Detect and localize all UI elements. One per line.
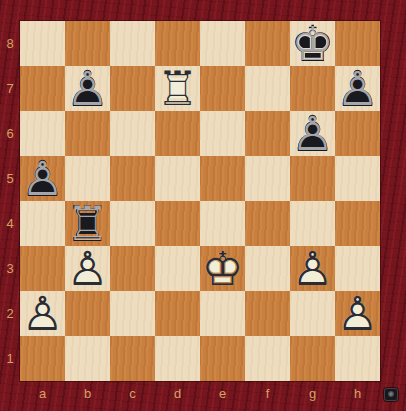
- square-c5[interactable]: [110, 156, 155, 201]
- square-e5[interactable]: [200, 156, 245, 201]
- square-c7[interactable]: [110, 66, 155, 111]
- square-h5[interactable]: [335, 156, 380, 201]
- square-h8[interactable]: [335, 21, 380, 66]
- board-frame: ♚♔♟︎♙︎♜♖♟︎♙︎♟︎♙︎♟︎♙︎♜♖♟︎♙︎♚♔♟︎♙︎♟︎♙︎♟︎♙︎…: [0, 0, 406, 411]
- file-label-a: a: [20, 381, 65, 409]
- file-label-e: e: [200, 381, 245, 409]
- square-h1[interactable]: [335, 336, 380, 381]
- square-f4[interactable]: [245, 201, 290, 246]
- rank-label-5: 5: [0, 156, 20, 201]
- piece-line-layer: ♙︎: [335, 66, 380, 111]
- square-b6[interactable]: [65, 111, 110, 156]
- square-g6[interactable]: ♟︎♙︎: [290, 111, 335, 156]
- piece-fill-layer: ♟︎: [64, 65, 112, 113]
- square-b3[interactable]: ♟︎♙︎: [65, 246, 110, 291]
- piece-fill-layer: ♟︎: [290, 246, 335, 291]
- piece-black-king[interactable]: ♚♔: [290, 21, 335, 66]
- piece-white-pawn[interactable]: ♟︎♙︎: [20, 291, 65, 336]
- square-b4[interactable]: ♜♖: [65, 201, 110, 246]
- piece-fill-layer: ♚: [289, 20, 337, 68]
- rank-label-6: 6: [0, 111, 20, 156]
- file-label-c: c: [110, 381, 155, 409]
- square-e4[interactable]: [200, 201, 245, 246]
- square-c4[interactable]: [110, 201, 155, 246]
- square-f1[interactable]: [245, 336, 290, 381]
- square-d8[interactable]: [155, 21, 200, 66]
- piece-fill-layer: ♜: [155, 66, 200, 111]
- piece-line-layer: ♙︎: [65, 246, 110, 291]
- square-c2[interactable]: [110, 291, 155, 336]
- square-e8[interactable]: [200, 21, 245, 66]
- piece-white-rook[interactable]: ♜♖: [155, 66, 200, 111]
- square-d7[interactable]: ♜♖: [155, 66, 200, 111]
- square-a5[interactable]: ♟︎♙︎: [20, 156, 65, 201]
- square-f7[interactable]: [245, 66, 290, 111]
- square-d5[interactable]: [155, 156, 200, 201]
- square-d2[interactable]: [155, 291, 200, 336]
- square-e2[interactable]: [200, 291, 245, 336]
- piece-line-layer: ♙︎: [290, 111, 335, 156]
- piece-line-layer: ♙︎: [20, 291, 65, 336]
- square-h7[interactable]: ♟︎♙︎: [335, 66, 380, 111]
- square-e3[interactable]: ♚♔: [200, 246, 245, 291]
- piece-fill-layer: ♟︎: [334, 65, 382, 113]
- rank-label-8: 8: [0, 21, 20, 66]
- square-d3[interactable]: [155, 246, 200, 291]
- square-e7[interactable]: [200, 66, 245, 111]
- square-b5[interactable]: [65, 156, 110, 201]
- square-h3[interactable]: [335, 246, 380, 291]
- piece-black-pawn[interactable]: ♟︎♙︎: [290, 111, 335, 156]
- piece-line-layer: ♔: [200, 246, 245, 291]
- piece-fill-layer: ♟︎: [19, 155, 67, 203]
- rank-label-3: 3: [0, 246, 20, 291]
- file-label-h: h: [335, 381, 380, 409]
- square-d6[interactable]: [155, 111, 200, 156]
- square-f6[interactable]: [245, 111, 290, 156]
- square-a3[interactable]: [20, 246, 65, 291]
- turn-indicator-dot: [388, 391, 394, 397]
- file-label-g: g: [290, 381, 335, 409]
- square-b1[interactable]: [65, 336, 110, 381]
- square-f8[interactable]: [245, 21, 290, 66]
- piece-line-layer: ♙︎: [20, 156, 65, 201]
- piece-fill-layer: ♚: [200, 246, 245, 291]
- square-h2[interactable]: ♟︎♙︎: [335, 291, 380, 336]
- square-c6[interactable]: [110, 111, 155, 156]
- piece-black-pawn[interactable]: ♟︎♙︎: [20, 156, 65, 201]
- file-label-b: b: [65, 381, 110, 409]
- square-g4[interactable]: [290, 201, 335, 246]
- square-g7[interactable]: [290, 66, 335, 111]
- piece-fill-layer: ♜: [64, 200, 112, 248]
- piece-fill-layer: ♟︎: [289, 110, 337, 158]
- square-a8[interactable]: [20, 21, 65, 66]
- square-h6[interactable]: [335, 111, 380, 156]
- square-c1[interactable]: [110, 336, 155, 381]
- square-a4[interactable]: [20, 201, 65, 246]
- square-h4[interactable]: [335, 201, 380, 246]
- piece-line-layer: ♖: [65, 201, 110, 246]
- square-a6[interactable]: [20, 111, 65, 156]
- square-a1[interactable]: [20, 336, 65, 381]
- turn-indicator: [384, 388, 398, 401]
- square-d4[interactable]: [155, 201, 200, 246]
- file-label-f: f: [245, 381, 290, 409]
- piece-black-pawn[interactable]: ♟︎♙︎: [335, 66, 380, 111]
- square-b8[interactable]: [65, 21, 110, 66]
- piece-white-pawn[interactable]: ♟︎♙︎: [290, 246, 335, 291]
- rank-label-2: 2: [0, 291, 20, 336]
- square-a7[interactable]: [20, 66, 65, 111]
- piece-line-layer: ♖: [155, 66, 200, 111]
- file-label-d: d: [155, 381, 200, 409]
- rank-label-4: 4: [0, 201, 20, 246]
- chess-board: ♚♔♟︎♙︎♜♖♟︎♙︎♟︎♙︎♟︎♙︎♜♖♟︎♙︎♚♔♟︎♙︎♟︎♙︎♟︎♙︎: [20, 21, 380, 381]
- square-a2[interactable]: ♟︎♙︎: [20, 291, 65, 336]
- square-f5[interactable]: [245, 156, 290, 201]
- square-b2[interactable]: [65, 291, 110, 336]
- piece-line-layer: ♙︎: [290, 246, 335, 291]
- piece-line-layer: ♙︎: [335, 291, 380, 336]
- square-f3[interactable]: [245, 246, 290, 291]
- square-b7[interactable]: ♟︎♙︎: [65, 66, 110, 111]
- rank-label-1: 1: [0, 336, 20, 381]
- rank-label-7: 7: [0, 66, 20, 111]
- piece-white-king[interactable]: ♚♔: [200, 246, 245, 291]
- piece-fill-layer: ♟︎: [335, 291, 380, 336]
- square-e6[interactable]: [200, 111, 245, 156]
- piece-fill-layer: ♟︎: [20, 291, 65, 336]
- piece-line-layer: ♔: [290, 21, 335, 66]
- square-g2[interactable]: [290, 291, 335, 336]
- piece-fill-layer: ♟︎: [65, 246, 110, 291]
- square-c8[interactable]: [110, 21, 155, 66]
- piece-white-pawn[interactable]: ♟︎♙︎: [65, 246, 110, 291]
- square-e1[interactable]: [200, 336, 245, 381]
- square-g8[interactable]: ♚♔: [290, 21, 335, 66]
- piece-white-pawn[interactable]: ♟︎♙︎: [335, 291, 380, 336]
- piece-black-rook[interactable]: ♜♖: [65, 201, 110, 246]
- square-g5[interactable]: [290, 156, 335, 201]
- square-g3[interactable]: ♟︎♙︎: [290, 246, 335, 291]
- piece-black-pawn[interactable]: ♟︎♙︎: [65, 66, 110, 111]
- square-f2[interactable]: [245, 291, 290, 336]
- piece-line-layer: ♙︎: [65, 66, 110, 111]
- square-d1[interactable]: [155, 336, 200, 381]
- square-g1[interactable]: [290, 336, 335, 381]
- square-c3[interactable]: [110, 246, 155, 291]
